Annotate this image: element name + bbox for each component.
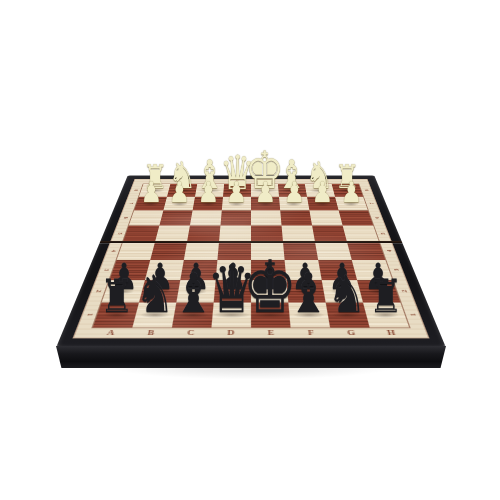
rank-label-5-left: 5 bbox=[109, 230, 131, 237]
file-label-g-bottom: G bbox=[337, 327, 364, 338]
square-e6 bbox=[251, 210, 282, 225]
fold-seam bbox=[100, 241, 403, 243]
square-f5 bbox=[282, 225, 315, 242]
rank-label-6-left: 6 bbox=[115, 215, 136, 221]
square-c6 bbox=[190, 210, 222, 225]
square-d5 bbox=[219, 225, 251, 242]
white-pawn-h7: ♟ bbox=[339, 178, 363, 207]
rank-label-4-left: 4 bbox=[101, 247, 124, 254]
rank-label-6-right: 6 bbox=[366, 215, 387, 221]
white-pawn-c7: ♟ bbox=[196, 178, 220, 207]
square-e5 bbox=[251, 225, 283, 242]
square-g5 bbox=[312, 225, 347, 242]
white-pawn-a7: ♟ bbox=[139, 178, 163, 207]
white-pawn-g7: ♟ bbox=[310, 178, 334, 207]
rank-label-7-right: 7 bbox=[361, 201, 381, 207]
file-label-d-bottom: D bbox=[218, 327, 243, 338]
square-g6 bbox=[309, 210, 342, 225]
white-pawn-f7: ♟ bbox=[282, 178, 306, 207]
file-label-a-bottom: A bbox=[97, 327, 125, 338]
file-label-c-bottom: C bbox=[178, 327, 204, 338]
white-pawn-b7: ♟ bbox=[167, 178, 191, 207]
square-d6 bbox=[220, 210, 251, 225]
chess-set-photo: AABBCCDDEEFFGGHH8877665544332211 ♜♞♝♛♚♝♞… bbox=[0, 0, 500, 500]
square-f6 bbox=[280, 210, 312, 225]
file-label-b-bottom: B bbox=[137, 327, 164, 338]
white-pawn-d7: ♟ bbox=[225, 178, 249, 207]
black-rook-a1: ♜ bbox=[97, 274, 136, 320]
rank-label-7-left: 7 bbox=[121, 201, 141, 207]
rank-label-5-right: 5 bbox=[371, 230, 393, 237]
white-pawn-e7: ♟ bbox=[253, 178, 277, 207]
black-knight-g1: ♞ bbox=[325, 269, 369, 321]
file-label-h-bottom: H bbox=[377, 327, 405, 338]
square-b5 bbox=[155, 225, 190, 242]
box-front-side bbox=[56, 346, 446, 368]
square-c5 bbox=[187, 225, 220, 242]
black-rook-h1: ♜ bbox=[366, 274, 405, 320]
file-label-f-bottom: F bbox=[298, 327, 324, 338]
square-b6 bbox=[159, 210, 192, 225]
rank-label-4-right: 4 bbox=[377, 247, 400, 254]
